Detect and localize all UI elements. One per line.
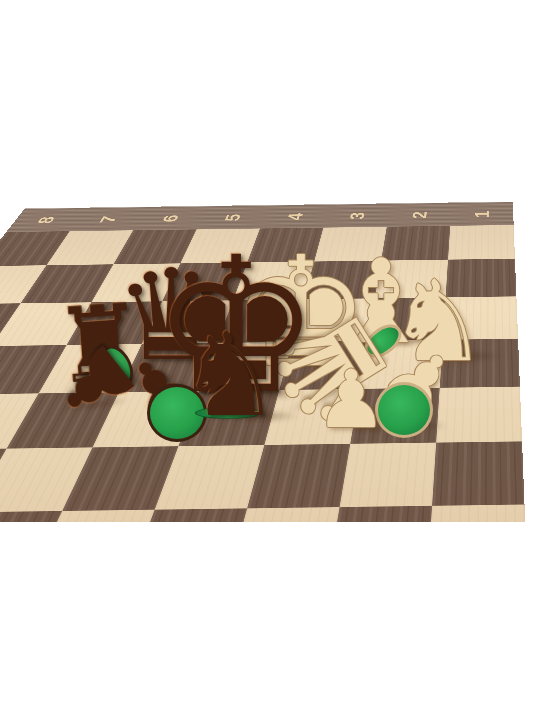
chess-set-photo: 87654321 ♝♞♛♚♛♜♟♚♟♟♞♟	[0, 0, 540, 720]
light-pawn-glyph: ♟	[315, 360, 387, 440]
dark-knight-glyph: ♞	[178, 317, 282, 433]
pieces-layer: ♝♞♛♚♛♜♟♚♟♟♞♟	[0, 0, 540, 720]
